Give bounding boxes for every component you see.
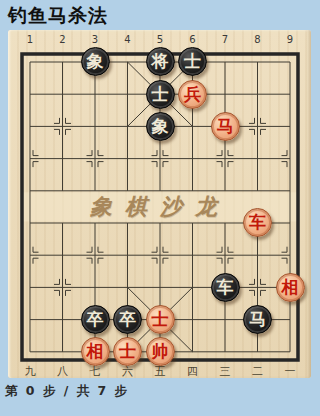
- piece-black-pawn-1[interactable]: 卒: [81, 305, 110, 334]
- top-label-4: 4: [124, 34, 130, 45]
- piece-red-chariot[interactable]: 车: [243, 208, 272, 237]
- piece-red-horse[interactable]: 马: [211, 112, 240, 141]
- top-label-6: 6: [189, 34, 195, 45]
- piece-red-advisor-1[interactable]: 士: [146, 305, 175, 334]
- top-label-7: 7: [222, 34, 228, 45]
- piece-red-elephant-1[interactable]: 相: [276, 273, 305, 302]
- puzzle-title: 钓鱼马杀法: [8, 3, 108, 29]
- piece-black-elephant-1[interactable]: 象: [81, 47, 110, 76]
- top-label-2: 2: [59, 34, 65, 45]
- pieces-layer: 象将士士兵象马车车相卒卒士马相士帅: [14, 46, 307, 368]
- xiangqi-board[interactable]: 象棋沙龙 123456789 九八七六五四三二一 象将士士兵象马车车相卒卒士马相…: [8, 30, 311, 378]
- piece-black-horse[interactable]: 马: [243, 305, 272, 334]
- top-label-3: 3: [92, 34, 98, 45]
- piece-red-general[interactable]: 帅: [146, 337, 175, 366]
- piece-red-advisor-2[interactable]: 士: [113, 337, 142, 366]
- top-label-8: 8: [254, 34, 260, 45]
- piece-black-chariot[interactable]: 车: [211, 273, 240, 302]
- piece-black-advisor-2[interactable]: 士: [146, 80, 175, 109]
- move-counter: 第 0 步 / 共 7 步: [5, 383, 129, 400]
- top-label-9: 9: [287, 34, 293, 45]
- piece-black-pawn-2[interactable]: 卒: [113, 305, 142, 334]
- piece-red-elephant-2[interactable]: 相: [81, 337, 110, 366]
- piece-red-pawn[interactable]: 兵: [178, 80, 207, 109]
- piece-black-general[interactable]: 将: [146, 47, 175, 76]
- piece-black-advisor-1[interactable]: 士: [178, 47, 207, 76]
- top-label-1: 1: [27, 34, 33, 45]
- top-label-5: 5: [157, 34, 163, 45]
- piece-black-elephant-2[interactable]: 象: [146, 112, 175, 141]
